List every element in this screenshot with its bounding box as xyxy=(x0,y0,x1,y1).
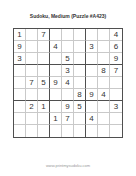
sudoku-cell-r2c3[interactable] xyxy=(38,41,50,53)
sudoku-cell-r1c6[interactable] xyxy=(74,29,86,41)
sudoku-cell-r5c7[interactable] xyxy=(86,77,98,89)
sudoku-cell-r3c8[interactable] xyxy=(98,53,110,65)
sudoku-cell-r8c5[interactable]: 7 xyxy=(62,113,74,125)
sudoku-cell-r4c4[interactable] xyxy=(50,65,62,77)
sudoku-cell-r4c1[interactable] xyxy=(14,65,26,77)
sudoku-cell-r1c2[interactable] xyxy=(26,29,38,41)
sudoku-cell-r5c1[interactable] xyxy=(14,77,26,89)
sudoku-cell-r5c3[interactable]: 5 xyxy=(38,77,50,89)
sudoku-cell-r2c7[interactable]: 3 xyxy=(86,41,98,53)
sudoku-cell-r5c6[interactable] xyxy=(74,77,86,89)
sudoku-cell-r8c4[interactable]: 1 xyxy=(50,113,62,125)
sudoku-cell-r3c7[interactable] xyxy=(86,53,98,65)
sudoku-cell-r7c9[interactable]: 3 xyxy=(110,101,122,113)
sudoku-cell-r4c2[interactable] xyxy=(26,65,38,77)
sudoku-cell-r7c5[interactable]: 9 xyxy=(62,101,74,113)
sudoku-cell-r2c6[interactable] xyxy=(74,41,86,53)
sudoku-cell-r6c6[interactable]: 8 xyxy=(74,89,86,101)
sudoku-cell-r5c9[interactable] xyxy=(110,77,122,89)
sudoku-cell-r6c5[interactable] xyxy=(62,89,74,101)
sudoku-cell-r4c6[interactable] xyxy=(74,65,86,77)
sudoku-cell-r2c5[interactable] xyxy=(62,41,74,53)
sudoku-cell-r2c2[interactable] xyxy=(26,41,38,53)
sudoku-cell-r9c3[interactable] xyxy=(38,125,50,137)
sudoku-cell-r1c8[interactable] xyxy=(98,29,110,41)
sudoku-cell-r9c1[interactable] xyxy=(14,125,26,137)
sudoku-cell-r2c9[interactable]: 6 xyxy=(110,41,122,53)
sudoku-cell-r9c8[interactable] xyxy=(98,125,110,137)
sudoku-cell-r2c4[interactable]: 4 xyxy=(50,41,62,53)
sudoku-cell-r3c4[interactable] xyxy=(50,53,62,65)
sudoku-cell-r9c4[interactable] xyxy=(50,125,62,137)
sudoku-cell-r9c2[interactable] xyxy=(26,125,38,137)
sudoku-cell-r6c2[interactable] xyxy=(26,89,38,101)
sudoku-cell-r7c8[interactable] xyxy=(98,101,110,113)
sudoku-cell-r3c5[interactable]: 5 xyxy=(62,53,74,65)
sudoku-cell-r1c7[interactable] xyxy=(86,29,98,41)
sudoku-cell-r5c4[interactable]: 9 xyxy=(50,77,62,89)
sudoku-cell-r1c4[interactable] xyxy=(50,29,62,41)
sudoku-cell-r4c3[interactable] xyxy=(38,65,50,77)
sudoku-cell-r9c5[interactable] xyxy=(62,125,74,137)
sudoku-cell-r4c8[interactable]: 8 xyxy=(98,65,110,77)
sudoku-cell-r3c6[interactable] xyxy=(74,53,86,65)
sudoku-cell-r2c1[interactable]: 9 xyxy=(14,41,26,53)
sudoku-cell-r8c9[interactable] xyxy=(110,113,122,125)
sudoku-cell-r6c4[interactable] xyxy=(50,89,62,101)
sudoku-cell-r1c1[interactable]: 1 xyxy=(14,29,26,41)
sudoku-cell-r1c9[interactable]: 4 xyxy=(110,29,122,41)
sudoku-board: 1749436359387759489421953174 xyxy=(13,28,123,138)
sudoku-cell-r5c8[interactable] xyxy=(98,77,110,89)
sudoku-cell-r8c8[interactable] xyxy=(98,113,110,125)
sudoku-cell-r3c2[interactable] xyxy=(26,53,38,65)
sudoku-cell-r6c1[interactable] xyxy=(14,89,26,101)
sudoku-cell-r7c1[interactable] xyxy=(14,101,26,113)
sudoku-cell-r4c5[interactable]: 3 xyxy=(62,65,74,77)
sudoku-cell-r8c3[interactable] xyxy=(38,113,50,125)
sudoku-cell-r7c6[interactable]: 5 xyxy=(74,101,86,113)
sudoku-cell-r7c4[interactable] xyxy=(50,101,62,113)
sudoku-cell-r4c9[interactable]: 7 xyxy=(110,65,122,77)
sudoku-cell-r9c6[interactable] xyxy=(74,125,86,137)
sudoku-cell-r7c3[interactable]: 1 xyxy=(38,101,50,113)
sudoku-cell-r5c5[interactable]: 4 xyxy=(62,77,74,89)
sudoku-cell-r2c8[interactable] xyxy=(98,41,110,53)
sudoku-cell-r6c3[interactable] xyxy=(38,89,50,101)
sudoku-cell-r8c2[interactable] xyxy=(26,113,38,125)
sudoku-cell-r9c7[interactable] xyxy=(86,125,98,137)
footer-url: www.printmysudoku.com xyxy=(0,163,136,168)
sudoku-cell-r6c7[interactable]: 9 xyxy=(86,89,98,101)
sudoku-cell-r1c5[interactable] xyxy=(62,29,74,41)
page-title: Sudoku, Medium (Puzzle #A423) xyxy=(0,0,136,19)
sudoku-cell-r6c9[interactable] xyxy=(110,89,122,101)
sudoku-cell-r7c2[interactable]: 2 xyxy=(26,101,38,113)
sudoku-cell-r8c1[interactable] xyxy=(14,113,26,125)
sudoku-cell-r8c7[interactable]: 4 xyxy=(86,113,98,125)
sudoku-cell-r7c7[interactable] xyxy=(86,101,98,113)
sudoku-cell-r3c1[interactable]: 3 xyxy=(14,53,26,65)
sudoku-cell-r6c8[interactable]: 4 xyxy=(98,89,110,101)
sudoku-cell-r5c2[interactable]: 7 xyxy=(26,77,38,89)
sudoku-cell-r1c3[interactable]: 7 xyxy=(38,29,50,41)
sudoku-cell-r8c6[interactable] xyxy=(74,113,86,125)
sudoku-cell-r3c9[interactable]: 9 xyxy=(110,53,122,65)
sudoku-cell-r3c3[interactable] xyxy=(38,53,50,65)
sudoku-cell-r4c7[interactable] xyxy=(86,65,98,77)
sudoku-cell-r9c9[interactable] xyxy=(110,125,122,137)
